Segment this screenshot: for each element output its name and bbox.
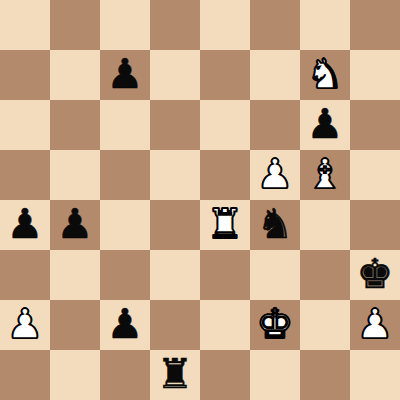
black-pawn-piece[interactable]: ♟ — [107, 49, 144, 99]
square-c4[interactable] — [100, 200, 150, 250]
square-d7[interactable] — [150, 50, 200, 100]
square-b3[interactable] — [50, 250, 100, 300]
square-h4[interactable] — [350, 200, 400, 250]
square-c5[interactable] — [100, 150, 150, 200]
square-h8[interactable] — [350, 0, 400, 50]
white-bishop-piece[interactable]: ♝ — [307, 149, 344, 199]
square-d5[interactable] — [150, 150, 200, 200]
square-f1[interactable] — [250, 350, 300, 400]
square-a6[interactable] — [0, 100, 50, 150]
square-a3[interactable] — [0, 250, 50, 300]
square-d8[interactable] — [150, 0, 200, 50]
black-pawn-piece[interactable]: ♟ — [57, 199, 94, 249]
square-f4[interactable]: ♞ — [250, 200, 300, 250]
square-c8[interactable] — [100, 0, 150, 50]
white-rook-piece[interactable]: ♜ — [207, 199, 244, 249]
square-b4[interactable]: ♟ — [50, 200, 100, 250]
square-b1[interactable] — [50, 350, 100, 400]
square-g3[interactable] — [300, 250, 350, 300]
black-pawn-piece[interactable]: ♟ — [307, 99, 344, 149]
square-f8[interactable] — [250, 0, 300, 50]
square-f2[interactable]: ♚ — [250, 300, 300, 350]
white-pawn-piece[interactable]: ♟ — [257, 149, 294, 199]
square-c1[interactable] — [100, 350, 150, 400]
square-c3[interactable] — [100, 250, 150, 300]
square-a7[interactable] — [0, 50, 50, 100]
square-h3[interactable]: ♚ — [350, 250, 400, 300]
square-e1[interactable] — [200, 350, 250, 400]
square-c6[interactable] — [100, 100, 150, 150]
square-b7[interactable] — [50, 50, 100, 100]
chess-board: ♟♞♟♟♝♟♟♜♞♚♟♟♚♟♜ — [0, 0, 400, 400]
square-f6[interactable] — [250, 100, 300, 150]
square-h2[interactable]: ♟ — [350, 300, 400, 350]
square-a2[interactable]: ♟ — [0, 300, 50, 350]
square-g5[interactable]: ♝ — [300, 150, 350, 200]
square-h7[interactable] — [350, 50, 400, 100]
square-e8[interactable] — [200, 0, 250, 50]
square-g2[interactable] — [300, 300, 350, 350]
square-a1[interactable] — [0, 350, 50, 400]
black-king-piece[interactable]: ♚ — [357, 249, 394, 299]
square-d2[interactable] — [150, 300, 200, 350]
square-b2[interactable] — [50, 300, 100, 350]
square-e6[interactable] — [200, 100, 250, 150]
square-b8[interactable] — [50, 0, 100, 50]
square-e4[interactable]: ♜ — [200, 200, 250, 250]
white-pawn-piece[interactable]: ♟ — [7, 299, 44, 349]
square-f5[interactable]: ♟ — [250, 150, 300, 200]
square-d4[interactable] — [150, 200, 200, 250]
square-b5[interactable] — [50, 150, 100, 200]
square-e2[interactable] — [200, 300, 250, 350]
square-f7[interactable] — [250, 50, 300, 100]
square-a4[interactable]: ♟ — [0, 200, 50, 250]
square-d1[interactable]: ♜ — [150, 350, 200, 400]
black-knight-piece[interactable]: ♞ — [257, 199, 294, 249]
square-b6[interactable] — [50, 100, 100, 150]
square-g4[interactable] — [300, 200, 350, 250]
white-pawn-piece[interactable]: ♟ — [357, 299, 394, 349]
square-g6[interactable]: ♟ — [300, 100, 350, 150]
square-a5[interactable] — [0, 150, 50, 200]
square-d3[interactable] — [150, 250, 200, 300]
square-c2[interactable]: ♟ — [100, 300, 150, 350]
square-e5[interactable] — [200, 150, 250, 200]
square-h5[interactable] — [350, 150, 400, 200]
square-h1[interactable] — [350, 350, 400, 400]
black-pawn-piece[interactable]: ♟ — [107, 299, 144, 349]
white-king-piece[interactable]: ♚ — [257, 299, 294, 349]
white-knight-piece[interactable]: ♞ — [307, 49, 344, 99]
square-f3[interactable] — [250, 250, 300, 300]
square-g7[interactable]: ♞ — [300, 50, 350, 100]
black-pawn-piece[interactable]: ♟ — [7, 199, 44, 249]
black-rook-piece[interactable]: ♜ — [157, 349, 194, 399]
square-e7[interactable] — [200, 50, 250, 100]
square-d6[interactable] — [150, 100, 200, 150]
square-c7[interactable]: ♟ — [100, 50, 150, 100]
square-a8[interactable] — [0, 0, 50, 50]
square-e3[interactable] — [200, 250, 250, 300]
square-h6[interactable] — [350, 100, 400, 150]
square-g8[interactable] — [300, 0, 350, 50]
square-g1[interactable] — [300, 350, 350, 400]
